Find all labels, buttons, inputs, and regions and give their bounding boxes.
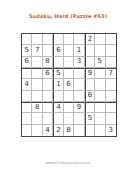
- sudoku-cell-r2c2[interactable]: 7: [32, 45, 42, 56]
- sudoku-cell-r1c2[interactable]: [32, 34, 42, 45]
- sudoku-cell-r9c8[interactable]: [95, 125, 105, 136]
- sudoku-cell-r1c5[interactable]: [64, 34, 74, 45]
- sudoku-cell-r7c6[interactable]: 9: [74, 102, 84, 113]
- sudoku-cell-r2c3[interactable]: [43, 45, 53, 56]
- sudoku-cell-r1c3[interactable]: [43, 34, 53, 45]
- sudoku-cell-r2c6[interactable]: 1: [74, 45, 84, 56]
- sudoku-cell-r8c8[interactable]: [95, 113, 105, 124]
- sudoku-cell-r9c4[interactable]: 2: [53, 125, 63, 136]
- sudoku-cell-r8c7[interactable]: 5: [85, 113, 95, 124]
- sudoku-cell-r4c8[interactable]: [95, 68, 105, 79]
- sudoku-cell-r9c6[interactable]: [74, 125, 84, 136]
- sudoku-cell-r9c7[interactable]: [85, 125, 95, 136]
- sudoku-cell-r7c7[interactable]: [85, 102, 95, 113]
- sudoku-cell-r6c8[interactable]: [95, 91, 105, 102]
- sudoku-cell-r2c9[interactable]: [106, 45, 116, 56]
- sudoku-cell-r7c4[interactable]: 4: [53, 102, 63, 113]
- sudoku-cell-r7c1[interactable]: [22, 102, 32, 113]
- sudoku-cell-r9c2[interactable]: [32, 125, 42, 136]
- sudoku-cell-r6c7[interactable]: 6: [85, 91, 95, 102]
- sudoku-cell-r5c9[interactable]: [106, 79, 116, 90]
- sudoku-cell-r7c2[interactable]: 8: [32, 102, 42, 113]
- sudoku-cell-r1c8[interactable]: [95, 34, 105, 45]
- sudoku-cell-r2c8[interactable]: [95, 45, 105, 56]
- sudoku-cell-r5c8[interactable]: [95, 79, 105, 90]
- sudoku-cell-r1c1[interactable]: [22, 34, 32, 45]
- sudoku-cell-r3c2[interactable]: [32, 57, 42, 68]
- sudoku-cell-r3c9[interactable]: [106, 57, 116, 68]
- sudoku-cell-r6c4[interactable]: [53, 91, 63, 102]
- sudoku-cell-r4c6[interactable]: [74, 68, 84, 79]
- sudoku-cell-r1c7[interactable]: 2: [85, 34, 95, 45]
- sudoku-board: 2576168356597416684954283: [21, 33, 117, 137]
- sudoku-cell-r1c4[interactable]: [53, 34, 63, 45]
- sudoku-cell-r5c7[interactable]: [85, 79, 95, 90]
- sudoku-cell-r2c1[interactable]: 5: [22, 45, 32, 56]
- sudoku-cell-r8c6[interactable]: [74, 113, 84, 124]
- sudoku-cell-r8c2[interactable]: [32, 113, 42, 124]
- sudoku-cell-r8c4[interactable]: [53, 113, 63, 124]
- sudoku-cell-r5c6[interactable]: [74, 79, 84, 90]
- sudoku-cell-r1c9[interactable]: [106, 34, 116, 45]
- sudoku-cell-r4c4[interactable]: 5: [53, 68, 63, 79]
- sudoku-cell-r3c7[interactable]: [85, 57, 95, 68]
- sudoku-cell-r6c9[interactable]: [106, 91, 116, 102]
- sudoku-cell-r9c9[interactable]: 3: [106, 125, 116, 136]
- sudoku-cell-r6c6[interactable]: [74, 91, 84, 102]
- sudoku-page: Sudoku, Hard (Puzzle #63) 25761683565974…: [0, 0, 136, 176]
- sudoku-cell-r6c1[interactable]: [22, 91, 32, 102]
- footer-url: www.printfreesudoku.com: [0, 161, 136, 165]
- sudoku-cell-r6c2[interactable]: [32, 91, 42, 102]
- sudoku-cell-r3c5[interactable]: [64, 57, 74, 68]
- sudoku-cell-r3c4[interactable]: [53, 57, 63, 68]
- sudoku-cell-r6c5[interactable]: [64, 91, 74, 102]
- sudoku-cell-r4c3[interactable]: 6: [43, 68, 53, 79]
- sudoku-cell-r2c5[interactable]: [64, 45, 74, 56]
- sudoku-cell-r4c5[interactable]: [64, 68, 74, 79]
- sudoku-cell-r7c8[interactable]: [95, 102, 105, 113]
- sudoku-cell-r4c7[interactable]: 9: [85, 68, 95, 79]
- sudoku-cell-r9c5[interactable]: 8: [64, 125, 74, 136]
- sudoku-cell-r8c5[interactable]: [64, 113, 74, 124]
- sudoku-cell-r6c3[interactable]: [43, 91, 53, 102]
- page-title: Sudoku, Hard (Puzzle #63): [0, 13, 136, 19]
- sudoku-cell-r2c4[interactable]: 6: [53, 45, 63, 56]
- sudoku-cell-r9c1[interactable]: [22, 125, 32, 136]
- sudoku-cell-r8c3[interactable]: [43, 113, 53, 124]
- sudoku-cell-r3c3[interactable]: 8: [43, 57, 53, 68]
- sudoku-cell-r3c1[interactable]: 6: [22, 57, 32, 68]
- sudoku-cell-r4c9[interactable]: 7: [106, 68, 116, 79]
- sudoku-cell-r7c3[interactable]: [43, 102, 53, 113]
- sudoku-cell-r2c7[interactable]: [85, 45, 95, 56]
- sudoku-cell-r1c6[interactable]: [74, 34, 84, 45]
- sudoku-cell-r3c8[interactable]: 5: [95, 57, 105, 68]
- sudoku-cell-r5c1[interactable]: 4: [22, 79, 32, 90]
- sudoku-cell-r5c2[interactable]: [32, 79, 42, 90]
- sudoku-cell-r4c2[interactable]: [32, 68, 42, 79]
- sudoku-cell-r3c6[interactable]: 3: [74, 57, 84, 68]
- sudoku-cell-r5c3[interactable]: [43, 79, 53, 90]
- sudoku-cell-r7c9[interactable]: [106, 102, 116, 113]
- sudoku-cell-r5c5[interactable]: 6: [64, 79, 74, 90]
- sudoku-cell-r7c5[interactable]: [64, 102, 74, 113]
- sudoku-cell-r8c1[interactable]: [22, 113, 32, 124]
- sudoku-cell-r9c3[interactable]: 4: [43, 125, 53, 136]
- sudoku-cell-r8c9[interactable]: [106, 113, 116, 124]
- sudoku-cell-r4c1[interactable]: [22, 68, 32, 79]
- sudoku-cell-r5c4[interactable]: 1: [53, 79, 63, 90]
